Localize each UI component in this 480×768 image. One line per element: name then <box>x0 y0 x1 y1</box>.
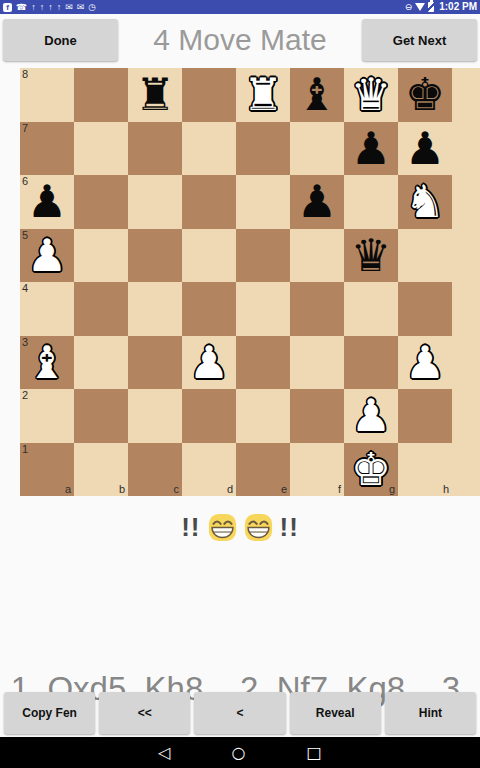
white-rook: ♜ <box>236 68 290 122</box>
board-area: 8♜♜♝♛♚7♟♟6♟♟♞5♟♛43♝♟♟2♟1abcdefg♚h <box>20 68 480 496</box>
square-g7[interactable]: ♟ <box>344 122 398 176</box>
square-c1[interactable]: c <box>128 443 182 497</box>
rank-label-2: 2 <box>22 389 28 402</box>
white-pawn: ♟ <box>344 389 398 443</box>
square-f3[interactable] <box>290 336 344 390</box>
square-f8[interactable]: ♝ <box>290 68 344 122</box>
square-c8[interactable]: ♜ <box>128 68 182 122</box>
square-g4[interactable] <box>344 282 398 336</box>
black-king: ♚ <box>398 68 452 122</box>
copy-fen-button[interactable]: Copy Fen <box>4 692 95 734</box>
clock-time: 1:02 PM <box>439 0 477 14</box>
square-a5[interactable]: 5♟ <box>20 229 74 283</box>
square-f1[interactable]: f <box>290 443 344 497</box>
square-a7[interactable]: 7 <box>20 122 74 176</box>
square-e5[interactable] <box>236 229 290 283</box>
header: Done 4 Move Mate Get Next <box>0 14 480 66</box>
file-label-h: h <box>443 483 449 496</box>
file-label-a: a <box>65 483 71 496</box>
square-b4[interactable] <box>74 282 128 336</box>
toolbar: Copy Fen << < Reveal Hint <box>0 692 480 734</box>
white-pawn: ♟ <box>182 336 236 390</box>
square-d7[interactable] <box>182 122 236 176</box>
exclamation-text: !! <box>181 512 200 543</box>
black-bishop: ♝ <box>290 68 344 122</box>
step-back-button[interactable]: < <box>194 692 285 734</box>
rank-label-8: 8 <box>22 68 28 81</box>
file-label-e: e <box>281 483 287 496</box>
white-knight: ♞ <box>398 175 452 229</box>
square-h4[interactable] <box>398 282 452 336</box>
square-f6[interactable]: ♟ <box>290 175 344 229</box>
square-c4[interactable] <box>128 282 182 336</box>
rank-label-1: 1 <box>22 443 28 456</box>
square-h6[interactable]: ♞ <box>398 175 452 229</box>
home-icon[interactable]: ○ <box>232 737 246 768</box>
file-label-f: f <box>338 483 341 496</box>
chess-board: 8♜♜♝♛♚7♟♟6♟♟♞5♟♛43♝♟♟2♟1abcdefg♚h <box>20 68 452 496</box>
board-right-margin <box>452 68 480 496</box>
square-h7[interactable]: ♟ <box>398 122 452 176</box>
black-pawn: ♟ <box>290 175 344 229</box>
rewind-button[interactable]: << <box>99 692 190 734</box>
android-nav-bar: ◁ ○ □ <box>0 737 480 768</box>
square-e7[interactable] <box>236 122 290 176</box>
square-b1[interactable]: b <box>74 443 128 497</box>
square-e3[interactable] <box>236 336 290 390</box>
square-g2[interactable]: ♟ <box>344 389 398 443</box>
square-g5[interactable]: ♛ <box>344 229 398 283</box>
square-g6[interactable] <box>344 175 398 229</box>
file-label-d: d <box>227 483 233 496</box>
wifi-icon <box>415 3 425 11</box>
square-e8[interactable]: ♜ <box>236 68 290 122</box>
file-label-c: c <box>174 483 180 496</box>
square-d4[interactable] <box>182 282 236 336</box>
done-button[interactable]: Done <box>3 19 118 61</box>
do-not-disturb-icon: ⊖ <box>405 0 413 14</box>
message-icon: ✉ <box>65 0 73 14</box>
upload-icon: ↑ <box>57 0 62 14</box>
battery-icon <box>428 2 434 12</box>
square-e6[interactable] <box>236 175 290 229</box>
square-c7[interactable] <box>128 122 182 176</box>
get-next-button[interactable]: Get Next <box>362 19 477 61</box>
square-b8[interactable] <box>74 68 128 122</box>
square-g1[interactable]: g♚ <box>344 443 398 497</box>
black-pawn: ♟ <box>344 122 398 176</box>
square-h3[interactable]: ♟ <box>398 336 452 390</box>
square-e2[interactable] <box>236 389 290 443</box>
status-bar: f ☎ ↑ ↑ ↑ ↑ ✉ ✉ ◷ ⊖ 1:02 PM <box>0 0 480 14</box>
grinning-emoji-icon <box>244 513 273 542</box>
status-bar-notifications: f ☎ ↑ ↑ ↑ ↑ ✉ ✉ ◷ <box>3 0 405 14</box>
square-b5[interactable] <box>74 229 128 283</box>
square-h5[interactable] <box>398 229 452 283</box>
white-pawn: ♟ <box>398 336 452 390</box>
square-a1[interactable]: 1a <box>20 443 74 497</box>
square-a8[interactable]: 8 <box>20 68 74 122</box>
white-bishop: ♝ <box>20 336 74 390</box>
call-icon: ☎ <box>16 0 27 14</box>
square-h2[interactable] <box>398 389 452 443</box>
square-c5[interactable] <box>128 229 182 283</box>
square-d3[interactable]: ♟ <box>182 336 236 390</box>
square-b2[interactable] <box>74 389 128 443</box>
message-icon: ✉ <box>77 0 85 14</box>
black-rook: ♜ <box>128 68 182 122</box>
upload-icon: ↑ <box>40 0 45 14</box>
square-f2[interactable] <box>290 389 344 443</box>
square-a3[interactable]: 3♝ <box>20 336 74 390</box>
black-pawn: ♟ <box>398 122 452 176</box>
square-c2[interactable] <box>128 389 182 443</box>
rank-label-4: 4 <box>22 282 28 295</box>
page-title: 4 Move Mate <box>153 23 326 57</box>
upload-icon: ↑ <box>48 0 53 14</box>
white-king: ♚ <box>344 443 398 497</box>
square-d8[interactable] <box>182 68 236 122</box>
facebook-icon: f <box>3 3 12 12</box>
square-f4[interactable] <box>290 282 344 336</box>
square-h1[interactable]: h <box>398 443 452 497</box>
black-pawn: ♟ <box>20 175 74 229</box>
square-b7[interactable] <box>74 122 128 176</box>
square-e1[interactable]: e <box>236 443 290 497</box>
alarm-icon: ◷ <box>88 0 96 14</box>
square-a2[interactable]: 2 <box>20 389 74 443</box>
square-d1[interactable]: d <box>182 443 236 497</box>
square-f5[interactable] <box>290 229 344 283</box>
square-b3[interactable] <box>74 336 128 390</box>
square-a4[interactable]: 4 <box>20 282 74 336</box>
square-g8[interactable]: ♛ <box>344 68 398 122</box>
status-bar-system: ⊖ 1:02 PM <box>405 0 477 14</box>
upload-icon: ↑ <box>31 0 36 14</box>
white-pawn: ♟ <box>20 229 74 283</box>
square-h8[interactable]: ♚ <box>398 68 452 122</box>
square-b6[interactable] <box>74 175 128 229</box>
square-c3[interactable] <box>128 336 182 390</box>
file-label-b: b <box>119 483 125 496</box>
white-queen: ♛ <box>344 68 398 122</box>
square-c6[interactable] <box>128 175 182 229</box>
hint-button[interactable]: Hint <box>385 692 476 734</box>
feedback-row: !! !! <box>0 512 480 542</box>
black-queen: ♛ <box>344 229 398 283</box>
square-d5[interactable] <box>182 229 236 283</box>
grinning-emoji-icon <box>208 513 237 542</box>
recents-icon[interactable]: □ <box>307 737 322 768</box>
square-d6[interactable] <box>182 175 236 229</box>
back-icon[interactable]: ◁ <box>158 737 170 768</box>
reveal-button[interactable]: Reveal <box>290 692 381 734</box>
rank-label-7: 7 <box>22 122 28 135</box>
square-e4[interactable] <box>236 282 290 336</box>
square-f7[interactable] <box>290 122 344 176</box>
square-g3[interactable] <box>344 336 398 390</box>
square-d2[interactable] <box>182 389 236 443</box>
exclamation-text: !! <box>280 512 299 543</box>
square-a6[interactable]: 6♟ <box>20 175 74 229</box>
